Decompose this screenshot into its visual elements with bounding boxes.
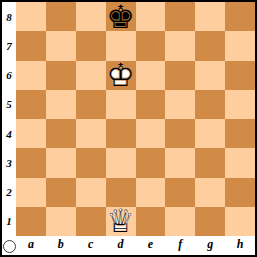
square-d1[interactable]: ♛♕ bbox=[106, 207, 136, 236]
square-b6[interactable] bbox=[46, 61, 76, 90]
square-f2[interactable] bbox=[165, 178, 195, 207]
rank-label-7: 7 bbox=[2, 31, 16, 60]
square-c1[interactable] bbox=[76, 207, 106, 236]
square-g2[interactable] bbox=[195, 178, 225, 207]
square-a2[interactable] bbox=[16, 178, 46, 207]
file-label-b: b bbox=[46, 236, 76, 255]
file-labels: abcdefgh bbox=[16, 236, 255, 255]
square-f8[interactable] bbox=[165, 2, 195, 31]
square-h6[interactable] bbox=[225, 61, 255, 90]
square-g5[interactable] bbox=[195, 90, 225, 119]
square-d3[interactable] bbox=[106, 148, 136, 177]
square-h3[interactable] bbox=[225, 148, 255, 177]
file-label-g: g bbox=[195, 236, 225, 255]
square-a7[interactable] bbox=[16, 31, 46, 60]
square-c6[interactable] bbox=[76, 61, 106, 90]
square-g8[interactable] bbox=[195, 2, 225, 31]
white-queen-d1[interactable]: ♛♕ bbox=[106, 207, 136, 236]
square-f4[interactable] bbox=[165, 119, 195, 148]
square-f5[interactable] bbox=[165, 90, 195, 119]
square-b5[interactable] bbox=[46, 90, 76, 119]
square-d8[interactable]: ♚ bbox=[106, 2, 136, 31]
square-g7[interactable] bbox=[195, 31, 225, 60]
white-queen-icon: ♕ bbox=[106, 207, 136, 236]
chess-diagram: 87654321 ♚♚♔♛♕ abcdefgh bbox=[0, 0, 257, 257]
square-a4[interactable] bbox=[16, 119, 46, 148]
rank-label-6: 6 bbox=[2, 61, 16, 90]
square-h4[interactable] bbox=[225, 119, 255, 148]
square-d4[interactable] bbox=[106, 119, 136, 148]
black-king-icon: ♚ bbox=[106, 2, 136, 31]
file-label-h: h bbox=[225, 236, 255, 255]
square-g4[interactable] bbox=[195, 119, 225, 148]
square-e5[interactable] bbox=[136, 90, 166, 119]
white-king-d6[interactable]: ♚♔ bbox=[106, 61, 136, 90]
rank-label-4: 4 bbox=[2, 119, 16, 148]
square-b7[interactable] bbox=[46, 31, 76, 60]
square-b4[interactable] bbox=[46, 119, 76, 148]
square-h8[interactable] bbox=[225, 2, 255, 31]
square-b3[interactable] bbox=[46, 148, 76, 177]
square-f1[interactable] bbox=[165, 207, 195, 236]
square-g1[interactable] bbox=[195, 207, 225, 236]
square-e6[interactable] bbox=[136, 61, 166, 90]
square-c2[interactable] bbox=[76, 178, 106, 207]
side-to-move-indicator bbox=[3, 240, 17, 254]
square-h5[interactable] bbox=[225, 90, 255, 119]
file-label-e: e bbox=[136, 236, 166, 255]
file-label-d: d bbox=[106, 236, 136, 255]
white-king-icon: ♔ bbox=[106, 61, 136, 90]
white-to-move-circle-icon bbox=[3, 240, 16, 253]
square-c3[interactable] bbox=[76, 148, 106, 177]
square-b8[interactable] bbox=[46, 2, 76, 31]
file-label-f: f bbox=[165, 236, 195, 255]
square-e4[interactable] bbox=[136, 119, 166, 148]
square-b2[interactable] bbox=[46, 178, 76, 207]
square-a3[interactable] bbox=[16, 148, 46, 177]
rank-label-5: 5 bbox=[2, 90, 16, 119]
square-a5[interactable] bbox=[16, 90, 46, 119]
rank-label-3: 3 bbox=[2, 148, 16, 177]
square-c4[interactable] bbox=[76, 119, 106, 148]
square-f6[interactable] bbox=[165, 61, 195, 90]
square-g6[interactable] bbox=[195, 61, 225, 90]
square-g3[interactable] bbox=[195, 148, 225, 177]
square-e2[interactable] bbox=[136, 178, 166, 207]
square-a6[interactable] bbox=[16, 61, 46, 90]
square-e7[interactable] bbox=[136, 31, 166, 60]
square-d6[interactable]: ♚♔ bbox=[106, 61, 136, 90]
square-e3[interactable] bbox=[136, 148, 166, 177]
file-label-a: a bbox=[16, 236, 46, 255]
square-b1[interactable] bbox=[46, 207, 76, 236]
square-h7[interactable] bbox=[225, 31, 255, 60]
square-c8[interactable] bbox=[76, 2, 106, 31]
black-king-d8[interactable]: ♚ bbox=[106, 2, 136, 31]
square-h1[interactable] bbox=[225, 207, 255, 236]
square-e1[interactable] bbox=[136, 207, 166, 236]
rank-label-8: 8 bbox=[2, 2, 16, 31]
file-label-c: c bbox=[76, 236, 106, 255]
chess-board: ♚♚♔♛♕ bbox=[16, 2, 255, 236]
square-f7[interactable] bbox=[165, 31, 195, 60]
square-d5[interactable] bbox=[106, 90, 136, 119]
square-h2[interactable] bbox=[225, 178, 255, 207]
square-f3[interactable] bbox=[165, 148, 195, 177]
square-e8[interactable] bbox=[136, 2, 166, 31]
square-a8[interactable] bbox=[16, 2, 46, 31]
square-c5[interactable] bbox=[76, 90, 106, 119]
rank-label-1: 1 bbox=[2, 207, 16, 236]
rank-label-2: 2 bbox=[2, 178, 16, 207]
square-c7[interactable] bbox=[76, 31, 106, 60]
square-a1[interactable] bbox=[16, 207, 46, 236]
rank-labels: 87654321 bbox=[2, 2, 16, 236]
